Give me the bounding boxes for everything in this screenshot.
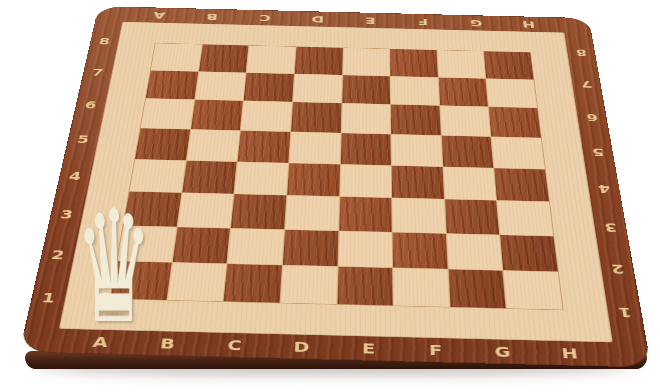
file-label-top-f: F bbox=[396, 17, 449, 27]
square-b1[interactable] bbox=[167, 263, 226, 301]
rank-label-right-1: 1 bbox=[605, 290, 646, 336]
square-c5[interactable] bbox=[238, 131, 290, 163]
square-g2[interactable] bbox=[447, 234, 503, 271]
square-c3[interactable] bbox=[231, 194, 286, 229]
square-e1[interactable] bbox=[337, 267, 393, 305]
file-label-top-b: B bbox=[185, 12, 239, 22]
square-h5[interactable] bbox=[492, 137, 545, 169]
file-label-top-d: D bbox=[291, 14, 344, 24]
square-d8[interactable] bbox=[295, 47, 343, 75]
square-g8[interactable] bbox=[437, 50, 485, 78]
square-b4[interactable] bbox=[182, 161, 237, 194]
rank-label-right-4: 4 bbox=[586, 170, 623, 209]
file-label-top-h: H bbox=[501, 19, 555, 29]
square-a7[interactable] bbox=[146, 70, 198, 99]
file-label-bottom-d: D bbox=[268, 339, 336, 354]
square-h8[interactable] bbox=[484, 51, 534, 79]
square-b3[interactable] bbox=[177, 193, 233, 228]
square-f1[interactable] bbox=[393, 268, 449, 307]
square-f6[interactable] bbox=[391, 105, 441, 135]
square-b7[interactable] bbox=[195, 72, 246, 101]
square-d6[interactable] bbox=[291, 102, 341, 132]
square-f3[interactable] bbox=[392, 198, 445, 233]
rank-label-right-3: 3 bbox=[592, 208, 630, 249]
file-label-top-c: C bbox=[238, 13, 291, 23]
square-g7[interactable] bbox=[439, 77, 489, 106]
square-c6[interactable] bbox=[241, 101, 292, 131]
square-h4[interactable] bbox=[494, 168, 549, 201]
file-label-bottom-c: C bbox=[201, 338, 269, 353]
square-e2[interactable] bbox=[338, 231, 392, 268]
square-f8[interactable] bbox=[390, 49, 437, 77]
square-a6[interactable] bbox=[141, 99, 194, 129]
square-d1[interactable] bbox=[280, 266, 337, 304]
square-g3[interactable] bbox=[445, 199, 500, 234]
square-d2[interactable] bbox=[283, 230, 338, 267]
square-f5[interactable] bbox=[391, 134, 442, 166]
square-d3[interactable] bbox=[285, 196, 339, 231]
rank-label-right-6: 6 bbox=[575, 100, 610, 135]
square-h1[interactable] bbox=[504, 271, 563, 310]
square-h6[interactable] bbox=[489, 107, 541, 137]
file-label-bottom-e: E bbox=[335, 341, 402, 356]
file-label-top-a: A bbox=[132, 10, 186, 20]
square-e7[interactable] bbox=[342, 75, 390, 104]
rank-label-right-5: 5 bbox=[580, 134, 616, 171]
square-e5[interactable] bbox=[340, 133, 390, 165]
square-c4[interactable] bbox=[235, 162, 289, 195]
file-label-top-g: G bbox=[449, 18, 502, 28]
file-label-top-e: E bbox=[343, 15, 396, 25]
square-c8[interactable] bbox=[247, 46, 296, 74]
square-a5[interactable] bbox=[135, 128, 190, 160]
square-e4[interactable] bbox=[340, 164, 392, 197]
square-c7[interactable] bbox=[244, 73, 294, 102]
rank-label-right-7: 7 bbox=[570, 68, 604, 101]
square-f2[interactable] bbox=[393, 232, 448, 269]
square-g4[interactable] bbox=[443, 167, 496, 200]
square-h3[interactable] bbox=[497, 201, 553, 236]
square-b5[interactable] bbox=[186, 130, 239, 162]
square-g6[interactable] bbox=[440, 106, 491, 136]
square-d7[interactable] bbox=[293, 74, 342, 103]
square-h7[interactable] bbox=[486, 79, 537, 108]
square-f4[interactable] bbox=[392, 166, 444, 199]
square-h2[interactable] bbox=[500, 235, 557, 272]
square-g5[interactable] bbox=[442, 136, 494, 168]
square-c2[interactable] bbox=[228, 228, 284, 265]
square-b6[interactable] bbox=[191, 100, 243, 130]
board-grid bbox=[109, 43, 563, 310]
square-c1[interactable] bbox=[224, 264, 282, 302]
rank-label-right-8: 8 bbox=[565, 37, 598, 68]
square-a8[interactable] bbox=[151, 43, 202, 71]
square-d5[interactable] bbox=[289, 132, 340, 164]
rank-label-right-2: 2 bbox=[598, 248, 638, 291]
square-e6[interactable] bbox=[341, 104, 390, 134]
file-label-bottom-g: G bbox=[469, 344, 537, 359]
square-e8[interactable] bbox=[343, 48, 390, 76]
square-d4[interactable] bbox=[287, 163, 339, 196]
square-f7[interactable] bbox=[391, 76, 440, 105]
white-queen-a1[interactable]: ♛ bbox=[76, 191, 149, 345]
file-label-bottom-f: F bbox=[402, 343, 470, 358]
square-b8[interactable] bbox=[199, 45, 249, 73]
square-g1[interactable] bbox=[448, 270, 506, 309]
square-b2[interactable] bbox=[172, 227, 230, 264]
file-label-bottom-h: H bbox=[536, 346, 605, 361]
square-e3[interactable] bbox=[339, 197, 392, 232]
chess-board-photo: ABCDEFGH ABCDEFGH 87654321 87654321 ♛ bbox=[0, 0, 660, 392]
